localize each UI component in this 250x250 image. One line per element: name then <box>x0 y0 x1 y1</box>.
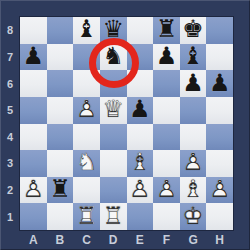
square-a7[interactable]: ♟ <box>20 44 47 71</box>
square-d5[interactable]: ♛♕ <box>100 97 127 124</box>
rank-label-3: 3 <box>0 150 20 177</box>
square-h5[interactable] <box>206 97 233 124</box>
chess-board: ♝♛♜♚♟♞♟♝♟♟♟♙♛♕♟♞♘♝♗♟♙♟♙♜♟♙♟♙♝♗♟♙♜♖♜♖♚♔ <box>20 17 233 230</box>
black-rook-b2: ♜ <box>47 177 74 204</box>
square-e4[interactable] <box>127 124 154 151</box>
black-rook-f8: ♜ <box>153 17 180 44</box>
square-d1[interactable]: ♜♖ <box>100 203 127 230</box>
square-c5[interactable]: ♟♙ <box>73 97 100 124</box>
square-g2[interactable]: ♝♗ <box>180 177 207 204</box>
chess-diagram: 87654321 ♝♛♜♚♟♞♟♝♟♟♟♙♛♕♟♞♘♝♗♟♙♟♙♜♟♙♟♙♝♗♟… <box>0 0 250 250</box>
square-a8[interactable] <box>20 17 47 44</box>
square-e2[interactable]: ♟♙ <box>127 177 154 204</box>
black-pawn-e5: ♟ <box>127 97 154 124</box>
square-e5[interactable]: ♟ <box>127 97 154 124</box>
square-c7[interactable] <box>73 44 100 71</box>
square-e8[interactable] <box>127 17 154 44</box>
square-e6[interactable] <box>127 70 154 97</box>
white-pawn-c5: ♟♙ <box>73 97 100 124</box>
square-h2[interactable]: ♟♙ <box>206 177 233 204</box>
white-queen-d5: ♛♕ <box>100 97 127 124</box>
square-c8[interactable]: ♝ <box>73 17 100 44</box>
black-king-g8: ♚ <box>180 17 207 44</box>
white-king-g1: ♚♔ <box>180 203 207 230</box>
white-knight-c3: ♞♘ <box>73 150 100 177</box>
black-knight-d7: ♞ <box>100 44 127 71</box>
square-h4[interactable] <box>206 124 233 151</box>
square-h7[interactable] <box>206 44 233 71</box>
square-c2[interactable] <box>73 177 100 204</box>
black-bishop-g7: ♝ <box>180 44 207 71</box>
square-c1[interactable]: ♜♖ <box>73 203 100 230</box>
square-f7[interactable]: ♟ <box>153 44 180 71</box>
square-g5[interactable] <box>180 97 207 124</box>
white-pawn-g3: ♟♙ <box>180 150 207 177</box>
square-f6[interactable] <box>153 70 180 97</box>
square-c6[interactable] <box>73 70 100 97</box>
square-g6[interactable]: ♟ <box>180 70 207 97</box>
square-e3[interactable]: ♝♗ <box>127 150 154 177</box>
square-h8[interactable] <box>206 17 233 44</box>
square-d2[interactable] <box>100 177 127 204</box>
square-b8[interactable] <box>47 17 74 44</box>
square-b5[interactable] <box>47 97 74 124</box>
square-b4[interactable] <box>47 124 74 151</box>
square-f3[interactable] <box>153 150 180 177</box>
square-d6[interactable] <box>100 70 127 97</box>
rank-label-4: 4 <box>0 124 20 151</box>
black-pawn-a7: ♟ <box>20 44 47 71</box>
white-rook-c1: ♜♖ <box>73 203 100 230</box>
square-e7[interactable] <box>127 44 154 71</box>
square-b7[interactable] <box>47 44 74 71</box>
square-f2[interactable]: ♟♙ <box>153 177 180 204</box>
file-labels: ABCDEFGH <box>20 230 233 250</box>
file-label-d: D <box>100 230 127 250</box>
square-c4[interactable] <box>73 124 100 151</box>
square-h3[interactable] <box>206 150 233 177</box>
file-label-g: G <box>180 230 207 250</box>
square-f1[interactable] <box>153 203 180 230</box>
square-a1[interactable] <box>20 203 47 230</box>
black-pawn-f7: ♟ <box>153 44 180 71</box>
square-d4[interactable] <box>100 124 127 151</box>
square-g4[interactable] <box>180 124 207 151</box>
rank-label-7: 7 <box>0 44 20 71</box>
square-a3[interactable] <box>20 150 47 177</box>
file-label-f: F <box>153 230 180 250</box>
square-g1[interactable]: ♚♔ <box>180 203 207 230</box>
white-bishop-g2: ♝♗ <box>180 177 207 204</box>
black-queen-d8: ♛ <box>100 17 127 44</box>
rank-label-2: 2 <box>0 177 20 204</box>
square-e1[interactable] <box>127 203 154 230</box>
rank-labels: 87654321 <box>0 17 20 230</box>
square-d3[interactable] <box>100 150 127 177</box>
rank-label-5: 5 <box>0 97 20 124</box>
square-c3[interactable]: ♞♘ <box>73 150 100 177</box>
file-label-h: H <box>206 230 233 250</box>
square-g8[interactable]: ♚ <box>180 17 207 44</box>
square-a5[interactable] <box>20 97 47 124</box>
square-h1[interactable] <box>206 203 233 230</box>
rank-label-6: 6 <box>0 70 20 97</box>
square-f4[interactable] <box>153 124 180 151</box>
square-a4[interactable] <box>20 124 47 151</box>
square-d7[interactable]: ♞ <box>100 44 127 71</box>
square-h6[interactable]: ♟ <box>206 70 233 97</box>
square-b6[interactable] <box>47 70 74 97</box>
square-b2[interactable]: ♜ <box>47 177 74 204</box>
white-pawn-e2: ♟♙ <box>127 177 154 204</box>
square-b1[interactable] <box>47 203 74 230</box>
file-label-a: A <box>20 230 47 250</box>
white-rook-d1: ♜♖ <box>100 203 127 230</box>
black-pawn-g6: ♟ <box>180 70 207 97</box>
white-pawn-a2: ♟♙ <box>20 177 47 204</box>
square-a6[interactable] <box>20 70 47 97</box>
white-bishop-e3: ♝♗ <box>127 150 154 177</box>
square-d8[interactable]: ♛ <box>100 17 127 44</box>
file-label-e: E <box>127 230 154 250</box>
white-pawn-h2: ♟♙ <box>206 177 233 204</box>
square-g3[interactable]: ♟♙ <box>180 150 207 177</box>
file-label-c: C <box>73 230 100 250</box>
black-pawn-h6: ♟ <box>206 70 233 97</box>
square-g7[interactable]: ♝ <box>180 44 207 71</box>
square-b3[interactable] <box>47 150 74 177</box>
black-bishop-c8: ♝ <box>73 17 100 44</box>
file-label-b: B <box>47 230 74 250</box>
square-a2[interactable]: ♟♙ <box>20 177 47 204</box>
rank-label-1: 1 <box>0 203 20 230</box>
square-f8[interactable]: ♜ <box>153 17 180 44</box>
white-pawn-f2: ♟♙ <box>153 177 180 204</box>
square-f5[interactable] <box>153 97 180 124</box>
rank-label-8: 8 <box>0 17 20 44</box>
